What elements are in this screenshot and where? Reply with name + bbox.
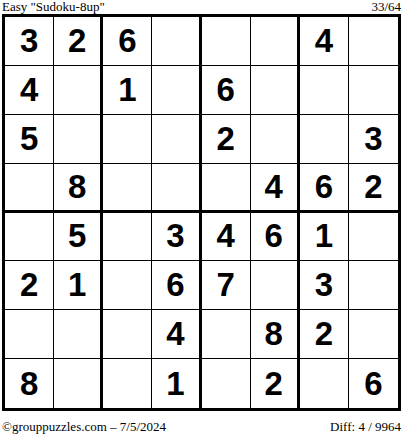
cell-r8c6: 2 [251, 359, 300, 408]
cell-r4c6: 4 [251, 164, 300, 213]
cell-r5c4: 3 [152, 213, 201, 262]
cell-r8c8: 6 [349, 359, 398, 408]
cell-r8c5[interactable] [202, 359, 251, 408]
cell-r2c6[interactable] [251, 66, 300, 115]
cell-r7c4: 4 [152, 310, 201, 359]
cell-r4c5[interactable] [202, 164, 251, 213]
cell-r6c6[interactable] [251, 261, 300, 310]
cell-r5c1[interactable] [5, 213, 54, 262]
cell-r3c6[interactable] [251, 115, 300, 164]
cell-r4c2: 8 [54, 164, 103, 213]
cell-r1c6[interactable] [251, 17, 300, 66]
cell-r5c6: 6 [251, 213, 300, 262]
cell-r3c4[interactable] [152, 115, 201, 164]
cell-r6c1: 2 [5, 261, 54, 310]
cell-r1c5[interactable] [202, 17, 251, 66]
cell-r5c3[interactable] [103, 213, 152, 262]
cell-r8c3[interactable] [103, 359, 152, 408]
cell-r1c7: 4 [300, 17, 349, 66]
cell-r5c7: 1 [300, 213, 349, 262]
cell-r4c8: 2 [349, 164, 398, 213]
cell-r4c7: 6 [300, 164, 349, 213]
cell-r7c3[interactable] [103, 310, 152, 359]
cell-r6c7: 3 [300, 261, 349, 310]
cell-r2c2[interactable] [54, 66, 103, 115]
cell-r3c1: 5 [5, 115, 54, 164]
cell-r3c3[interactable] [103, 115, 152, 164]
cell-r3c5: 2 [202, 115, 251, 164]
cell-r6c2: 1 [54, 261, 103, 310]
cell-r2c4[interactable] [152, 66, 201, 115]
cell-r2c3: 1 [103, 66, 152, 115]
cell-r6c8[interactable] [349, 261, 398, 310]
cell-r3c8: 3 [349, 115, 398, 164]
cell-r5c8[interactable] [349, 213, 398, 262]
cell-r3c2[interactable] [54, 115, 103, 164]
difficulty-text: Diff: 4 / 9964 [330, 419, 401, 434]
cell-r6c5: 7 [202, 261, 251, 310]
footer: ©grouppuzzles.com – 7/5/2024 Diff: 4 / 9… [2, 419, 401, 434]
cell-r1c3: 6 [103, 17, 152, 66]
cell-r7c6: 8 [251, 310, 300, 359]
cell-r5c2: 5 [54, 213, 103, 262]
cell-r1c4[interactable] [152, 17, 201, 66]
cell-r7c1[interactable] [5, 310, 54, 359]
cell-r8c4: 1 [152, 359, 201, 408]
cell-r7c5[interactable] [202, 310, 251, 359]
cell-r8c7[interactable] [300, 359, 349, 408]
cell-r7c7: 2 [300, 310, 349, 359]
cell-r1c8[interactable] [349, 17, 398, 66]
cell-r6c4: 6 [152, 261, 201, 310]
cell-r4c1[interactable] [5, 164, 54, 213]
cell-r2c7[interactable] [300, 66, 349, 115]
cell-r7c8[interactable] [349, 310, 398, 359]
puzzle-page: Easy "Sudoku-8up" 33/64 3264416523846253… [0, 0, 403, 437]
cell-r2c5: 6 [202, 66, 251, 115]
cell-r4c3[interactable] [103, 164, 152, 213]
cell-r7c2[interactable] [54, 310, 103, 359]
copyright-text: ©grouppuzzles.com – 7/5/2024 [2, 419, 166, 434]
cell-r4c4[interactable] [152, 164, 201, 213]
cell-r2c8[interactable] [349, 66, 398, 115]
cell-r8c1: 8 [5, 359, 54, 408]
puzzle-title: Easy "Sudoku-8up" [2, 0, 105, 14]
cell-r8c2[interactable] [54, 359, 103, 408]
cell-r2c1: 4 [5, 66, 54, 115]
puzzle-counter: 33/64 [371, 0, 401, 14]
cell-r1c2: 2 [54, 17, 103, 66]
cell-r1c1: 3 [5, 17, 54, 66]
cell-r6c3[interactable] [103, 261, 152, 310]
cell-r5c5: 4 [202, 213, 251, 262]
sudoku-board: 3264416523846253461216734828126 [2, 14, 401, 411]
header: Easy "Sudoku-8up" 33/64 [2, 0, 401, 14]
cell-r3c7[interactable] [300, 115, 349, 164]
